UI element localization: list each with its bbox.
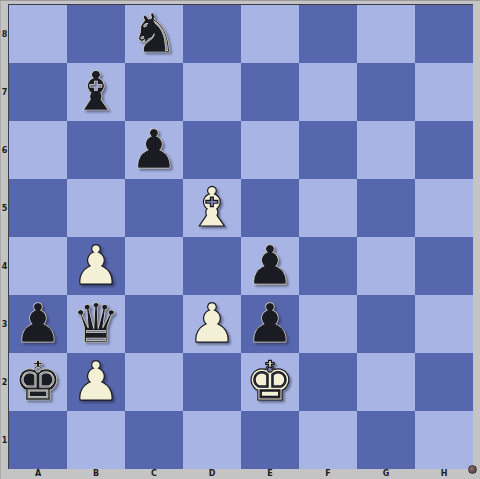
file-label-b: B bbox=[67, 468, 125, 479]
square-g8[interactable] bbox=[357, 5, 415, 63]
square-b4[interactable]: ♟ bbox=[67, 237, 125, 295]
square-f2[interactable] bbox=[299, 353, 357, 411]
square-f6[interactable] bbox=[299, 121, 357, 179]
square-f4[interactable] bbox=[299, 237, 357, 295]
square-f1[interactable] bbox=[299, 411, 357, 469]
side-to-move-indicator bbox=[468, 465, 477, 474]
square-h6[interactable] bbox=[415, 121, 473, 179]
square-h7[interactable] bbox=[415, 63, 473, 121]
square-b2[interactable]: ♟ bbox=[67, 353, 125, 411]
piece-black-pawn[interactable]: ♟ bbox=[241, 237, 299, 295]
square-b3[interactable]: ♛ bbox=[67, 295, 125, 353]
square-f7[interactable] bbox=[299, 63, 357, 121]
square-c8[interactable]: ♞ bbox=[125, 5, 183, 63]
file-label-c: C bbox=[125, 468, 183, 479]
square-h1[interactable] bbox=[415, 411, 473, 469]
square-h8[interactable] bbox=[415, 5, 473, 63]
piece-black-knight[interactable]: ♞ bbox=[125, 5, 183, 63]
square-g6[interactable] bbox=[357, 121, 415, 179]
square-e7[interactable] bbox=[241, 63, 299, 121]
file-labels: ABCDEFGH bbox=[9, 468, 473, 479]
file-label-e: E bbox=[241, 468, 299, 479]
square-b5[interactable] bbox=[67, 179, 125, 237]
square-f5[interactable] bbox=[299, 179, 357, 237]
square-d6[interactable] bbox=[183, 121, 241, 179]
square-h5[interactable] bbox=[415, 179, 473, 237]
square-a2[interactable]: ♚ bbox=[9, 353, 67, 411]
square-d3[interactable]: ♟ bbox=[183, 295, 241, 353]
square-h2[interactable] bbox=[415, 353, 473, 411]
square-a3[interactable]: ♟ bbox=[9, 295, 67, 353]
square-c4[interactable] bbox=[125, 237, 183, 295]
square-d4[interactable] bbox=[183, 237, 241, 295]
piece-black-pawn[interactable]: ♟ bbox=[9, 295, 67, 353]
piece-white-pawn[interactable]: ♟ bbox=[67, 353, 125, 411]
square-b1[interactable] bbox=[67, 411, 125, 469]
piece-black-king[interactable]: ♚ bbox=[9, 353, 67, 411]
square-e8[interactable] bbox=[241, 5, 299, 63]
file-label-h: H bbox=[415, 468, 473, 479]
square-g7[interactable] bbox=[357, 63, 415, 121]
square-b7[interactable]: ♝ bbox=[67, 63, 125, 121]
square-f8[interactable] bbox=[299, 5, 357, 63]
chessboard: ♞♝♟♝♟♟♟♛♟♟♚♟♚ bbox=[9, 5, 473, 469]
file-label-d: D bbox=[183, 468, 241, 479]
square-g3[interactable] bbox=[357, 295, 415, 353]
square-a7[interactable] bbox=[9, 63, 67, 121]
square-d5[interactable]: ♝ bbox=[183, 179, 241, 237]
square-e6[interactable] bbox=[241, 121, 299, 179]
piece-white-bishop[interactable]: ♝ bbox=[183, 179, 241, 237]
square-a6[interactable] bbox=[9, 121, 67, 179]
square-a8[interactable] bbox=[9, 5, 67, 63]
square-d8[interactable] bbox=[183, 5, 241, 63]
chessboard-frame: 87654321 ♞♝♟♝♟♟♟♛♟♟♚♟♚ ABCDEFGH bbox=[0, 0, 480, 479]
piece-black-pawn[interactable]: ♟ bbox=[125, 121, 183, 179]
piece-black-bishop[interactable]: ♝ bbox=[67, 63, 125, 121]
piece-white-king[interactable]: ♚ bbox=[241, 353, 299, 411]
square-e5[interactable] bbox=[241, 179, 299, 237]
square-c2[interactable] bbox=[125, 353, 183, 411]
square-d7[interactable] bbox=[183, 63, 241, 121]
square-g2[interactable] bbox=[357, 353, 415, 411]
square-g5[interactable] bbox=[357, 179, 415, 237]
file-label-a: A bbox=[9, 468, 67, 479]
square-a4[interactable] bbox=[9, 237, 67, 295]
square-b6[interactable] bbox=[67, 121, 125, 179]
square-e3[interactable]: ♟ bbox=[241, 295, 299, 353]
square-a5[interactable] bbox=[9, 179, 67, 237]
piece-white-pawn[interactable]: ♟ bbox=[67, 237, 125, 295]
file-label-f: F bbox=[299, 468, 357, 479]
square-c3[interactable] bbox=[125, 295, 183, 353]
square-d1[interactable] bbox=[183, 411, 241, 469]
square-e1[interactable] bbox=[241, 411, 299, 469]
square-d2[interactable] bbox=[183, 353, 241, 411]
piece-white-pawn[interactable]: ♟ bbox=[183, 295, 241, 353]
square-h3[interactable] bbox=[415, 295, 473, 353]
square-e2[interactable]: ♚ bbox=[241, 353, 299, 411]
square-f3[interactable] bbox=[299, 295, 357, 353]
square-a1[interactable] bbox=[9, 411, 67, 469]
square-e4[interactable]: ♟ bbox=[241, 237, 299, 295]
file-label-g: G bbox=[357, 468, 415, 479]
square-c6[interactable]: ♟ bbox=[125, 121, 183, 179]
piece-black-queen[interactable]: ♛ bbox=[67, 295, 125, 353]
square-c5[interactable] bbox=[125, 179, 183, 237]
square-g4[interactable] bbox=[357, 237, 415, 295]
piece-black-pawn[interactable]: ♟ bbox=[241, 295, 299, 353]
board-border: ♞♝♟♝♟♟♟♛♟♟♚♟♚ bbox=[8, 4, 473, 469]
square-b8[interactable] bbox=[67, 5, 125, 63]
square-g1[interactable] bbox=[357, 411, 415, 469]
square-c1[interactable] bbox=[125, 411, 183, 469]
square-h4[interactable] bbox=[415, 237, 473, 295]
square-c7[interactable] bbox=[125, 63, 183, 121]
